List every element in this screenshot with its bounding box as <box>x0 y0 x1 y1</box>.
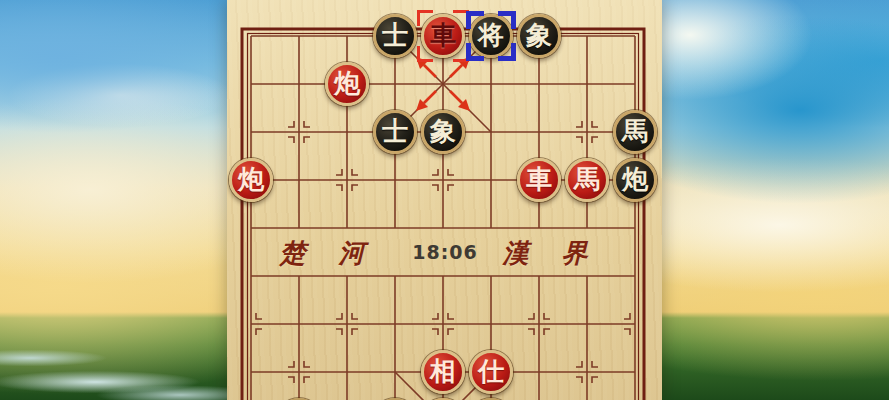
piece-black-general[interactable]: 将 <box>469 14 513 58</box>
piece-red-horse-1[interactable]: 馬 <box>565 158 609 202</box>
piece-red-chariot-2[interactable]: 車 <box>517 158 561 202</box>
piece-red-chariot-1[interactable]: 車 <box>421 14 465 58</box>
piece-glyph: 将 <box>478 22 504 48</box>
piece-glyph: 士 <box>382 118 408 144</box>
pieces-grid: 士車将象炮士象馬炮車馬炮相仕 <box>227 12 659 400</box>
piece-red-cannon-2[interactable]: 炮 <box>229 158 273 202</box>
piece-glyph: 馬 <box>574 166 600 192</box>
piece-glyph: 象 <box>526 22 552 48</box>
piece-black-cannon-1[interactable]: 炮 <box>613 158 657 202</box>
piece-glyph: 象 <box>430 118 456 144</box>
piece-glyph: 炮 <box>334 70 360 96</box>
piece-glyph: 車 <box>430 22 456 48</box>
piece-black-elephant-1[interactable]: 象 <box>517 14 561 58</box>
piece-black-advisor-1[interactable]: 士 <box>373 14 417 58</box>
piece-black-advisor-2[interactable]: 士 <box>373 110 417 154</box>
piece-red-elephant-1[interactable]: 相 <box>421 350 465 394</box>
piece-glyph: 相 <box>430 358 456 384</box>
xiangqi-game-screenshot: 楚 河 18:06 漢 界 士車将象炮士象馬炮車馬炮相仕 <box>0 0 889 400</box>
piece-glyph: 士 <box>382 22 408 48</box>
piece-glyph: 炮 <box>238 166 264 192</box>
xiangqi-board-panel[interactable]: 楚 河 18:06 漢 界 士車将象炮士象馬炮車馬炮相仕 <box>227 0 662 400</box>
piece-glyph: 炮 <box>622 166 648 192</box>
piece-black-horse-1[interactable]: 馬 <box>613 110 657 154</box>
piece-black-elephant-2[interactable]: 象 <box>421 110 465 154</box>
piece-glyph: 馬 <box>622 118 648 144</box>
piece-glyph: 車 <box>526 166 552 192</box>
piece-red-cannon-1[interactable]: 炮 <box>325 62 369 106</box>
piece-red-advisor-1[interactable]: 仕 <box>469 350 513 394</box>
piece-glyph: 仕 <box>478 358 504 384</box>
